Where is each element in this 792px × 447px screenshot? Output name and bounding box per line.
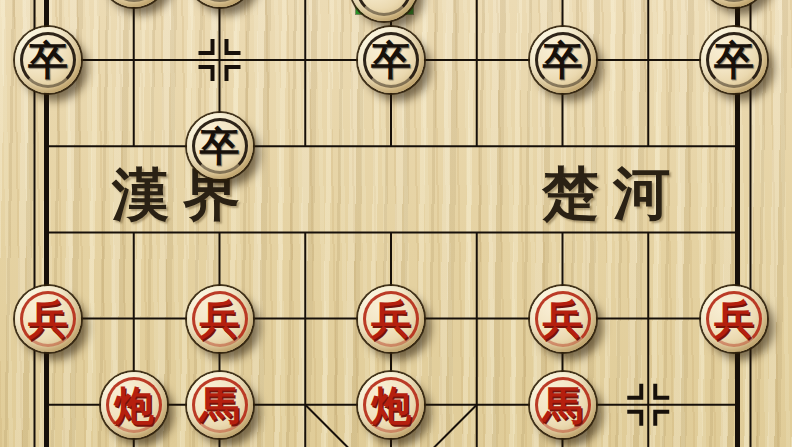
piece-character: 卒 — [701, 27, 767, 93]
piece-character: 兵 — [358, 286, 424, 352]
piece-character: 馬 — [187, 372, 253, 438]
piece-character: 炮 — [101, 372, 167, 438]
piece-black-pawn-g4[interactable]: 卒 — [530, 27, 596, 93]
piece-red-cannon-e8[interactable]: 炮 — [358, 372, 424, 438]
piece-red-horse-c8[interactable]: 馬 — [187, 372, 253, 438]
piece-character: 炮 — [358, 372, 424, 438]
piece-character: 馬 — [530, 372, 596, 438]
piece-black-pawn-e4[interactable]: 卒 — [358, 27, 424, 93]
piece-character: 兵 — [15, 286, 81, 352]
piece-black-pawn-a4[interactable]: 卒 — [15, 27, 81, 93]
piece-character: 兵 — [701, 286, 767, 352]
xiangqi-board: 漢界 楚河 卒卒卒卒卒兵兵兵兵兵炮馬炮馬 — [0, 0, 792, 447]
piece-red-pawn-i7[interactable]: 兵 — [701, 286, 767, 352]
piece-red-pawn-a7[interactable]: 兵 — [15, 286, 81, 352]
river-label-chu-he: 楚河 — [542, 164, 684, 221]
piece-character: 卒 — [530, 27, 596, 93]
piece-black-pawn-c5[interactable]: 卒 — [187, 113, 253, 179]
piece-character: 兵 — [187, 286, 253, 352]
piece-red-pawn-c7[interactable]: 兵 — [187, 286, 253, 352]
piece-red-pawn-g7[interactable]: 兵 — [530, 286, 596, 352]
piece-red-horse-g8[interactable]: 馬 — [530, 372, 596, 438]
piece-character: 卒 — [15, 27, 81, 93]
piece-red-pawn-e7[interactable]: 兵 — [358, 286, 424, 352]
piece-red-cannon-b8[interactable]: 炮 — [101, 372, 167, 438]
piece-character: 兵 — [530, 286, 596, 352]
piece-black-pawn-i4[interactable]: 卒 — [701, 27, 767, 93]
piece-character: 卒 — [358, 27, 424, 93]
piece-character: 卒 — [187, 113, 253, 179]
